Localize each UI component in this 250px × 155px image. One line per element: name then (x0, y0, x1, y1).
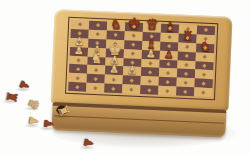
square-b1 (86, 83, 104, 93)
chess-box: ♞♚♛♝♜♟♝♞♟♝♚♟♟♞♟♟♟ (49, 9, 232, 138)
captured-piece-dark-r: ♜ (4, 90, 19, 104)
square-d1 (122, 84, 140, 94)
square-c1 (104, 84, 122, 94)
board-grid: ♞♚♛♝♜♟♝♞♟♝♚♟♟♞♟♟♟ (68, 20, 215, 97)
piece-light-p-a6: ♟ (74, 36, 84, 47)
drawer-seam (54, 115, 224, 123)
piece-light-p-c3: ♟ (109, 64, 119, 75)
piece-dark-k-d8: ♚ (127, 16, 141, 32)
board-top: ♞♚♛♝♜♟♝♞♟♝♚♟♟♞♟♟♟ (51, 9, 233, 112)
board-frame: ♞♚♛♝♜♟♝♞♟♝♚♟♟♞♟♟♟ (65, 17, 218, 100)
square-f1 (158, 86, 176, 96)
piece-dark-q-e8: ♛ (145, 17, 159, 33)
piece-dark-b-f8: ♝ (164, 20, 176, 33)
piece-light-p-c4: ♟ (109, 55, 119, 66)
captured-piece-dark-p: ♟ (42, 118, 54, 129)
piece-dark-n-c8: ♞ (110, 17, 122, 30)
product-photo: ♞♚♛♝♜♟♝♞♟♝♚♟♟♞♟♟♟ ♟♜♛♜♟♟♟ (0, 0, 250, 155)
captured-piece-light-p: ♟ (27, 115, 40, 127)
piece-light-p-e5: ♟ (146, 48, 156, 59)
square-e1 (140, 85, 158, 95)
piece-light-p-a5: ♟ (74, 45, 84, 56)
square-a1 (68, 82, 86, 92)
square-g1 (176, 87, 194, 97)
piece-light-p-d3: ♟ (127, 65, 137, 76)
piece-dark-p-f5: ♟ (164, 48, 174, 59)
square-h1 (194, 87, 212, 97)
captured-piece-dark-p: ♟ (81, 137, 94, 149)
